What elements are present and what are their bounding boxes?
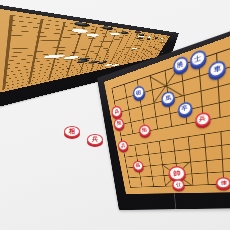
- piece-character: 兵: [199, 116, 206, 123]
- red-piece: 仕: [172, 179, 185, 190]
- xiangqi-grid-cell: [191, 172, 207, 184]
- off-board-piece: 相: [64, 126, 80, 139]
- star-point: [134, 38, 136, 39]
- off-board-piece: 兵: [87, 134, 103, 147]
- piece-character: 帥: [173, 170, 181, 177]
- piece-character: 仕: [175, 182, 181, 187]
- xiangqi-grid-cell: [221, 128, 230, 145]
- xiangqi-grid-cell: [219, 98, 230, 117]
- piece-top: 相: [64, 126, 80, 137]
- product-photo: 將士車砲馬卒兵炮炮兵兵傌帥仕俥 相 兵: [0, 0, 230, 230]
- piece-character: 相: [69, 127, 75, 136]
- piece-character: 炮: [142, 127, 148, 133]
- piece-character: 俥: [220, 180, 227, 185]
- piece-character: 砲: [136, 89, 142, 96]
- piece-character: 兵: [114, 109, 119, 115]
- piece-character: 炮: [116, 121, 121, 126]
- piece-character: 兵: [120, 143, 125, 148]
- piece-character: 傌: [135, 163, 140, 168]
- piece-character: 馬: [165, 95, 171, 102]
- xiangqi-grid-cell: [221, 143, 230, 159]
- piece-character: 士: [194, 54, 201, 63]
- white-stone: [147, 36, 152, 38]
- xiangqi-grid-cell: [222, 157, 230, 172]
- piece-character: 卒: [181, 105, 188, 112]
- xiangqi-grid-cell: [190, 160, 206, 173]
- star-point: [77, 34, 81, 35]
- piece-top: 兵: [87, 134, 103, 145]
- xiangqi-grid-cell: [220, 113, 230, 131]
- xiangqi-grid-cell: [205, 159, 222, 173]
- white-stone: [138, 35, 144, 37]
- piece-character: 兵: [92, 135, 98, 144]
- piece-character: 將: [177, 60, 184, 68]
- piece-character: 車: [213, 65, 221, 74]
- red-piece: 俥: [216, 177, 230, 189]
